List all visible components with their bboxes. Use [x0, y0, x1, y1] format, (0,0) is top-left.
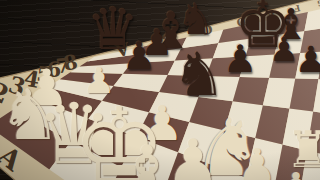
- black-pawn: ♟: [120, 37, 158, 75]
- white-bishop: ♝: [111, 136, 183, 180]
- chess-photo-scene: AABBCCDDEEFFGGHH1122334455667788 ♛♟♟♝♞♚♝…: [0, 0, 320, 180]
- black-pawn: ♟: [293, 42, 320, 78]
- white-pawn: ♟: [272, 166, 320, 180]
- pieces-layer: ♛♟♟♝♞♚♝♟♟♟♞♞♟♟♛♚♝♟♟♞♟♜♟: [0, 0, 320, 180]
